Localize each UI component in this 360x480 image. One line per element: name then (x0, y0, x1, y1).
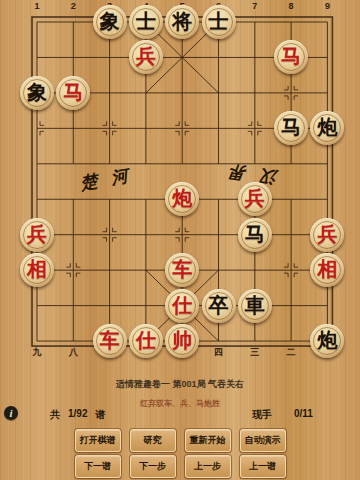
file-label-bottom: 八 (63, 346, 83, 359)
piece-glyph: 炮 (317, 117, 337, 137)
piece-glyph: 兵 (136, 46, 156, 66)
piece-glyph: 象 (100, 11, 120, 31)
piece-glyph: 相 (317, 259, 337, 279)
prev-move-button[interactable]: 上一步 (185, 455, 231, 478)
file-label-bottom: 三 (245, 346, 265, 359)
piece-black-r0c5[interactable]: 将 (165, 5, 199, 39)
piece-glyph: 马 (281, 46, 301, 66)
piece-black-r6c7[interactable]: 马 (238, 218, 272, 252)
piece-glyph: 帅 (172, 330, 192, 350)
file-label-top: 9 (317, 1, 337, 11)
piece-glyph: 将 (172, 11, 192, 31)
piece-glyph: 卒 (209, 295, 229, 315)
piece-glyph: 兵 (317, 224, 337, 244)
info-icon[interactable]: i (4, 406, 18, 420)
piece-glyph: 仕 (172, 295, 192, 315)
piece-glyph: 車 (245, 295, 265, 315)
piece-glyph: 象 (27, 82, 47, 102)
record-counter-value: 1/92 (68, 408, 87, 422)
piece-glyph: 马 (245, 224, 265, 244)
file-label-bottom: 四 (209, 346, 229, 359)
move-counter-label: 现手 (252, 408, 272, 422)
move-counter: 现手 0/11 (252, 408, 313, 422)
piece-glyph: 兵 (27, 224, 47, 244)
piece-red-r5c7[interactable]: 兵 (238, 182, 272, 216)
study-button[interactable]: 研究 (130, 429, 176, 452)
record-counter-suffix: 谱 (95, 408, 105, 422)
piece-glyph: 马 (63, 82, 83, 102)
piece-red-r9c4[interactable]: 仕 (129, 324, 163, 358)
piece-glyph: 仕 (136, 330, 156, 350)
piece-black-r8c6[interactable]: 卒 (202, 289, 236, 323)
piece-black-r8c7[interactable]: 車 (238, 289, 272, 323)
open-record-button[interactable]: 打开棋谱 (75, 429, 121, 452)
piece-glyph: 炮 (172, 188, 192, 208)
xiangqi-app-screen: 123456789九八七六五四三二一楚河汉界象士将士兵马象马马炮炮兵兵马兵相车相… (0, 0, 360, 480)
piece-black-r0c6[interactable]: 士 (202, 5, 236, 39)
record-counter-label: 共 (50, 408, 60, 422)
file-label-top: 2 (63, 1, 83, 11)
piece-red-r8c5[interactable]: 仕 (165, 289, 199, 323)
move-counter-value: 0/11 (294, 408, 313, 422)
next-record-button[interactable]: 下一谱 (75, 455, 121, 478)
file-label-top: 7 (245, 1, 265, 11)
piece-glyph: 车 (172, 259, 192, 279)
piece-glyph: 士 (209, 11, 229, 31)
piece-glyph: 马 (281, 117, 301, 137)
piece-red-r9c3[interactable]: 车 (93, 324, 127, 358)
button-row-top: 打开棋谱研究重新开始自动演示 (0, 429, 360, 452)
file-label-bottom: 二 (281, 346, 301, 359)
piece-glyph: 士 (136, 11, 156, 31)
file-label-top: 1 (27, 1, 47, 11)
piece-black-r0c4[interactable]: 士 (129, 5, 163, 39)
piece-red-r7c1[interactable]: 相 (20, 253, 54, 287)
piece-red-r9c5[interactable]: 帅 (165, 324, 199, 358)
piece-glyph: 兵 (245, 188, 265, 208)
restart-button[interactable]: 重新开始 (185, 429, 231, 452)
record-counter: 共 1/92 谱 (50, 408, 105, 422)
piece-red-r6c9[interactable]: 兵 (310, 218, 344, 252)
button-row-bottom: 下一谱下一步上一步上一谱 (0, 455, 360, 478)
piece-red-r6c1[interactable]: 兵 (20, 218, 54, 252)
auto-demo-button[interactable]: 自动演示 (240, 429, 286, 452)
piece-black-r0c3[interactable]: 象 (93, 5, 127, 39)
piece-black-r2c1[interactable]: 象 (20, 76, 54, 110)
piece-red-r2c2[interactable]: 马 (56, 76, 90, 110)
file-label-top: 8 (281, 1, 301, 11)
next-move-button[interactable]: 下一步 (130, 455, 176, 478)
piece-glyph: 炮 (317, 330, 337, 350)
file-label-bottom: 九 (27, 346, 47, 359)
piece-glyph: 车 (100, 330, 120, 350)
piece-glyph: 相 (27, 259, 47, 279)
puzzle-title: 适情雅趣卷一 第001局 气吞关右 (0, 378, 360, 391)
prev-record-button[interactable]: 上一谱 (240, 455, 286, 478)
